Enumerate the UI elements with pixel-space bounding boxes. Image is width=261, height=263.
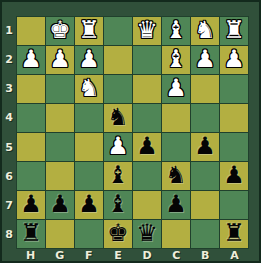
square-b8[interactable] — [191, 220, 219, 248]
square-e8[interactable]: ♚ — [104, 220, 132, 248]
file-label-d: D — [133, 249, 162, 262]
square-h4[interactable] — [17, 104, 45, 132]
chess-board: ♚♜♛♝♞♜♟♟♟♝♟♟♞♟♞♟♟♟♝♞♟♟♟♟♝♟♜♚♛♜ — [16, 16, 249, 249]
black-pawn-icon: ♟ — [136, 133, 158, 160]
white-pawn-icon: ♟ — [223, 46, 245, 73]
file-labels: HGFEDCBA — [16, 249, 249, 261]
square-h5[interactable] — [17, 133, 45, 161]
black-knight-icon: ♞ — [165, 162, 187, 189]
white-pawn-icon: ♟ — [107, 133, 129, 160]
square-e5[interactable]: ♟ — [104, 133, 132, 161]
square-d3[interactable] — [133, 75, 161, 103]
square-b6[interactable] — [191, 162, 219, 190]
rank-label-1: 1 — [2, 16, 16, 45]
square-a8[interactable]: ♜ — [220, 220, 248, 248]
square-d7[interactable] — [133, 191, 161, 219]
square-b4[interactable] — [191, 104, 219, 132]
square-f5[interactable] — [75, 133, 103, 161]
square-f1[interactable]: ♜ — [75, 17, 103, 45]
chess-board-frame: 12345678 ♚♜♛♝♞♜♟♟♟♝♟♟♞♟♞♟♟♟♝♞♟♟♟♟♝♟♜♚♛♜ … — [0, 0, 261, 263]
rank-label-5: 5 — [2, 133, 16, 162]
square-e4[interactable]: ♞ — [104, 104, 132, 132]
white-pawn-icon: ♟ — [165, 75, 187, 102]
rank-label-3: 3 — [2, 74, 16, 103]
square-h8[interactable]: ♜ — [17, 220, 45, 248]
square-c7[interactable]: ♟ — [162, 191, 190, 219]
white-pawn-icon: ♟ — [78, 46, 100, 73]
square-g1[interactable]: ♚ — [46, 17, 74, 45]
white-knight-icon: ♞ — [78, 75, 100, 102]
file-label-c: C — [162, 249, 191, 262]
square-f4[interactable] — [75, 104, 103, 132]
rank-label-2: 2 — [2, 45, 16, 74]
file-label-h: H — [16, 249, 45, 262]
square-g2[interactable]: ♟ — [46, 46, 74, 74]
square-d1[interactable]: ♛ — [133, 17, 161, 45]
square-h6[interactable] — [17, 162, 45, 190]
square-a6[interactable]: ♟ — [220, 162, 248, 190]
white-queen-icon: ♛ — [136, 17, 158, 44]
square-g6[interactable] — [46, 162, 74, 190]
square-a7[interactable] — [220, 191, 248, 219]
square-g3[interactable] — [46, 75, 74, 103]
file-label-g: G — [45, 249, 74, 262]
black-pawn-icon: ♟ — [223, 162, 245, 189]
square-d2[interactable] — [133, 46, 161, 74]
rank-labels: 12345678 — [2, 16, 16, 249]
square-d8[interactable]: ♛ — [133, 220, 161, 248]
square-b2[interactable]: ♟ — [191, 46, 219, 74]
file-label-b: B — [191, 249, 220, 262]
square-c8[interactable] — [162, 220, 190, 248]
square-a1[interactable]: ♜ — [220, 17, 248, 45]
white-bishop-icon: ♝ — [165, 46, 187, 73]
black-rook-icon: ♜ — [20, 220, 42, 247]
square-b5[interactable]: ♟ — [191, 133, 219, 161]
square-b1[interactable]: ♞ — [191, 17, 219, 45]
square-g7[interactable]: ♟ — [46, 191, 74, 219]
rank-label-7: 7 — [2, 191, 16, 220]
white-rook-icon: ♜ — [223, 17, 245, 44]
square-h1[interactable] — [17, 17, 45, 45]
black-pawn-icon: ♟ — [20, 191, 42, 218]
square-c1[interactable]: ♝ — [162, 17, 190, 45]
square-f6[interactable] — [75, 162, 103, 190]
square-c4[interactable] — [162, 104, 190, 132]
square-c3[interactable]: ♟ — [162, 75, 190, 103]
white-pawn-icon: ♟ — [194, 46, 216, 73]
square-c5[interactable] — [162, 133, 190, 161]
file-label-f: F — [74, 249, 103, 262]
white-pawn-icon: ♟ — [20, 46, 42, 73]
black-bishop-icon: ♝ — [107, 191, 129, 218]
square-d5[interactable]: ♟ — [133, 133, 161, 161]
square-f2[interactable]: ♟ — [75, 46, 103, 74]
square-f8[interactable] — [75, 220, 103, 248]
black-queen-icon: ♛ — [136, 220, 158, 247]
black-rook-icon: ♜ — [223, 220, 245, 247]
square-e1[interactable] — [104, 17, 132, 45]
white-pawn-icon: ♟ — [49, 46, 71, 73]
black-king-icon: ♚ — [107, 220, 129, 247]
square-c6[interactable]: ♞ — [162, 162, 190, 190]
square-e6[interactable]: ♝ — [104, 162, 132, 190]
black-bishop-icon: ♝ — [107, 162, 129, 189]
square-b3[interactable] — [191, 75, 219, 103]
square-h7[interactable]: ♟ — [17, 191, 45, 219]
file-label-a: A — [220, 249, 249, 262]
square-h3[interactable] — [17, 75, 45, 103]
square-e2[interactable] — [104, 46, 132, 74]
square-a5[interactable] — [220, 133, 248, 161]
white-knight-icon: ♞ — [194, 17, 216, 44]
square-e7[interactable]: ♝ — [104, 191, 132, 219]
square-f7[interactable]: ♟ — [75, 191, 103, 219]
square-f3[interactable]: ♞ — [75, 75, 103, 103]
square-a4[interactable] — [220, 104, 248, 132]
square-a3[interactable] — [220, 75, 248, 103]
square-g5[interactable] — [46, 133, 74, 161]
white-bishop-icon: ♝ — [165, 17, 187, 44]
white-rook-icon: ♜ — [78, 17, 100, 44]
black-knight-icon: ♞ — [107, 104, 129, 131]
file-label-e: E — [103, 249, 132, 262]
square-e3[interactable] — [104, 75, 132, 103]
black-pawn-icon: ♟ — [165, 191, 187, 218]
rank-label-6: 6 — [2, 162, 16, 191]
black-pawn-icon: ♟ — [78, 191, 100, 218]
rank-label-8: 8 — [2, 220, 16, 249]
white-king-icon: ♚ — [49, 17, 71, 44]
rank-label-4: 4 — [2, 103, 16, 132]
square-c2[interactable]: ♝ — [162, 46, 190, 74]
square-d4[interactable] — [133, 104, 161, 132]
square-h2[interactable]: ♟ — [17, 46, 45, 74]
square-a2[interactable]: ♟ — [220, 46, 248, 74]
square-g8[interactable] — [46, 220, 74, 248]
black-pawn-icon: ♟ — [194, 133, 216, 160]
black-pawn-icon: ♟ — [49, 191, 71, 218]
square-b7[interactable] — [191, 191, 219, 219]
square-d6[interactable] — [133, 162, 161, 190]
square-g4[interactable] — [46, 104, 74, 132]
